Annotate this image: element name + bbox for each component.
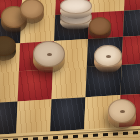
light-piece-center-right[interactable] bbox=[94, 45, 122, 73]
dark-piece-top-left-2[interactable] bbox=[20, 0, 44, 24]
dark-piece-upper-right[interactable] bbox=[89, 17, 111, 40]
dark-piece-left-edge[interactable] bbox=[0, 36, 16, 61]
checkers-photo bbox=[0, 0, 140, 140]
pieces-layer bbox=[0, 0, 140, 140]
light-piece-center-left[interactable] bbox=[33, 41, 65, 73]
light-king-stack-top-center[interactable] bbox=[60, 0, 92, 30]
light-piece-bottom-right[interactable] bbox=[108, 99, 136, 129]
